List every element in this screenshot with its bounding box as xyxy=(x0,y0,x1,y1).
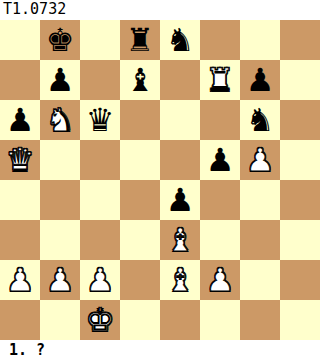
square-b4[interactable] xyxy=(40,180,80,220)
black-bishop: ♝ xyxy=(126,60,155,100)
move-prompt: 1. ? xyxy=(0,340,320,360)
square-h3[interactable] xyxy=(280,220,320,260)
square-a7[interactable] xyxy=(0,60,40,100)
black-pawn: ♟ xyxy=(166,180,195,220)
square-b7[interactable]: ♟ xyxy=(40,60,80,100)
square-h8[interactable] xyxy=(280,20,320,60)
square-d1[interactable] xyxy=(120,300,160,340)
black-pawn: ♟ xyxy=(46,60,75,100)
black-pawn: ♟ xyxy=(206,140,235,180)
square-c8[interactable] xyxy=(80,20,120,60)
square-b6[interactable]: ♞ xyxy=(40,100,80,140)
square-b3[interactable] xyxy=(40,220,80,260)
white-bishop: ♝ xyxy=(166,260,195,300)
square-a4[interactable] xyxy=(0,180,40,220)
square-a2[interactable]: ♟ xyxy=(0,260,40,300)
square-c2[interactable]: ♟ xyxy=(80,260,120,300)
square-e1[interactable] xyxy=(160,300,200,340)
square-g8[interactable] xyxy=(240,20,280,60)
chess-board: ♚♜♞♟♝♜♟♟♞♛♞♛♟♟♟♝♟♟♟♝♟♚ xyxy=(0,20,320,340)
white-pawn: ♟ xyxy=(6,260,35,300)
puzzle-id: T1.0732 xyxy=(0,0,320,20)
black-knight: ♞ xyxy=(246,100,275,140)
square-a3[interactable] xyxy=(0,220,40,260)
square-e7[interactable] xyxy=(160,60,200,100)
square-b2[interactable]: ♟ xyxy=(40,260,80,300)
square-g1[interactable] xyxy=(240,300,280,340)
square-b1[interactable] xyxy=(40,300,80,340)
square-a6[interactable]: ♟ xyxy=(0,100,40,140)
square-f3[interactable] xyxy=(200,220,240,260)
square-e4[interactable]: ♟ xyxy=(160,180,200,220)
square-d7[interactable]: ♝ xyxy=(120,60,160,100)
square-f2[interactable]: ♟ xyxy=(200,260,240,300)
square-a5[interactable]: ♛ xyxy=(0,140,40,180)
square-e5[interactable] xyxy=(160,140,200,180)
square-d2[interactable] xyxy=(120,260,160,300)
square-c3[interactable] xyxy=(80,220,120,260)
black-pawn: ♟ xyxy=(246,60,275,100)
chess-puzzle-window: T1.0732 ♚♜♞♟♝♜♟♟♞♛♞♛♟♟♟♝♟♟♟♝♟♚ 1. ? xyxy=(0,0,320,360)
white-bishop: ♝ xyxy=(166,220,195,260)
square-e8[interactable]: ♞ xyxy=(160,20,200,60)
white-knight: ♞ xyxy=(46,100,75,140)
square-d8[interactable]: ♜ xyxy=(120,20,160,60)
square-f1[interactable] xyxy=(200,300,240,340)
white-pawn: ♟ xyxy=(246,140,275,180)
white-rook: ♜ xyxy=(206,60,235,100)
white-pawn: ♟ xyxy=(46,260,75,300)
square-h6[interactable] xyxy=(280,100,320,140)
square-a1[interactable] xyxy=(0,300,40,340)
square-e6[interactable] xyxy=(160,100,200,140)
square-f8[interactable] xyxy=(200,20,240,60)
square-f6[interactable] xyxy=(200,100,240,140)
square-f7[interactable]: ♜ xyxy=(200,60,240,100)
black-queen: ♛ xyxy=(86,100,115,140)
square-g6[interactable]: ♞ xyxy=(240,100,280,140)
square-d3[interactable] xyxy=(120,220,160,260)
square-g5[interactable]: ♟ xyxy=(240,140,280,180)
square-h1[interactable] xyxy=(280,300,320,340)
square-a8[interactable] xyxy=(0,20,40,60)
white-king: ♚ xyxy=(86,300,115,340)
square-e2[interactable]: ♝ xyxy=(160,260,200,300)
black-king: ♚ xyxy=(46,20,75,60)
square-d6[interactable] xyxy=(120,100,160,140)
square-g4[interactable] xyxy=(240,180,280,220)
square-c7[interactable] xyxy=(80,60,120,100)
square-c5[interactable] xyxy=(80,140,120,180)
square-b5[interactable] xyxy=(40,140,80,180)
square-d4[interactable] xyxy=(120,180,160,220)
square-f4[interactable] xyxy=(200,180,240,220)
black-rook: ♜ xyxy=(126,20,155,60)
square-d5[interactable] xyxy=(120,140,160,180)
white-pawn: ♟ xyxy=(206,260,235,300)
square-g7[interactable]: ♟ xyxy=(240,60,280,100)
square-h7[interactable] xyxy=(280,60,320,100)
square-e3[interactable]: ♝ xyxy=(160,220,200,260)
square-c4[interactable] xyxy=(80,180,120,220)
square-c1[interactable]: ♚ xyxy=(80,300,120,340)
square-g2[interactable] xyxy=(240,260,280,300)
square-h2[interactable] xyxy=(280,260,320,300)
square-g3[interactable] xyxy=(240,220,280,260)
black-knight: ♞ xyxy=(166,20,195,60)
square-h5[interactable] xyxy=(280,140,320,180)
square-f5[interactable]: ♟ xyxy=(200,140,240,180)
square-h4[interactable] xyxy=(280,180,320,220)
white-pawn: ♟ xyxy=(86,260,115,300)
white-queen: ♛ xyxy=(6,140,35,180)
square-c6[interactable]: ♛ xyxy=(80,100,120,140)
square-b8[interactable]: ♚ xyxy=(40,20,80,60)
black-pawn: ♟ xyxy=(6,100,35,140)
